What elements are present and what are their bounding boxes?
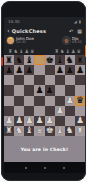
player-white: John Doe 10:32 [7, 37, 34, 45]
piece-white-knight: ♞ [66, 126, 74, 135]
piece-black-rook: ♜ [76, 56, 84, 65]
clock-text: 10:30 [8, 19, 20, 24]
piece-black-bishop: ♝ [25, 56, 33, 65]
square-e3[interactable] [45, 106, 55, 116]
volume-button [1, 57, 3, 66]
piece-black-king: ♚ [46, 56, 54, 65]
player-black-clock: 05:01 [72, 41, 82, 45]
square-e1[interactable]: ♚ [45, 126, 55, 136]
undo-icon[interactable]: ↶ [69, 28, 73, 34]
square-c7[interactable]: ♟ [24, 65, 34, 75]
piece-black-queen: ♛ [76, 96, 84, 105]
square-c2[interactable]: ♟ [24, 116, 34, 126]
piece-black-pawn: ♟ [46, 86, 54, 95]
piece-white-pawn: ♟ [66, 96, 74, 105]
square-g3[interactable] [65, 106, 75, 116]
square-a4[interactable] [4, 96, 14, 106]
square-b6[interactable] [14, 75, 24, 85]
piece-white-pawn: ♟ [25, 116, 33, 125]
piece-white-pawn: ♟ [15, 116, 23, 125]
square-c4[interactable] [24, 96, 34, 106]
square-c6[interactable] [24, 75, 34, 85]
square-c3[interactable] [24, 106, 34, 116]
piece-black-pawn: ♟ [66, 66, 74, 75]
player-black: Djo 05:01 [63, 37, 82, 45]
square-g2[interactable] [65, 116, 75, 126]
chess-board: ♜♞♝♚♝♞♜♟♟♟♟♟♟♟♟♟♛♟♟♟♟♟♟♟♜♞♝♛♚♝♞♜ [4, 55, 85, 136]
square-b4[interactable] [14, 96, 24, 106]
captured-piece-icon: ♞ [13, 48, 17, 54]
captured-piece-icon: ♟ [71, 48, 75, 54]
square-d6[interactable] [34, 75, 44, 85]
piece-white-bishop: ♝ [25, 126, 33, 135]
square-f8[interactable]: ♝ [55, 55, 65, 65]
square-g1[interactable]: ♞ [65, 126, 75, 136]
captured-piece-icon: ♞ [60, 48, 64, 54]
captured-tray-left: ♜ ♞ ♝ ♟ ♛ [8, 48, 34, 54]
square-d3[interactable] [34, 106, 44, 116]
captured-tray-right: ♜ ♞ ♝ ♟ ♛ [55, 48, 81, 54]
square-h4[interactable]: ♛ [75, 96, 85, 106]
status-panel: You are in Check! [4, 136, 85, 162]
square-d7[interactable] [34, 65, 44, 75]
square-a3[interactable] [4, 106, 14, 116]
square-f4[interactable] [55, 96, 65, 106]
avatar-white [7, 37, 14, 44]
square-h5[interactable] [75, 85, 85, 95]
square-e5[interactable]: ♟ [45, 85, 55, 95]
square-a8[interactable]: ♜ [4, 55, 14, 65]
captured-piece-icon: ♟ [24, 48, 28, 54]
app-bar: ‹ QuickChess ↶ ▦ [4, 26, 85, 36]
page-title: QuickChess [12, 28, 46, 34]
piece-black-rook: ♜ [5, 56, 13, 65]
square-e4[interactable] [45, 96, 55, 106]
square-b1[interactable]: ♞ [14, 126, 24, 136]
nav-back-icon[interactable] [25, 167, 27, 169]
app-screen: 10:30 ◢ ▮ ‹ QuickChess ↶ ▦ John Doe [4, 17, 85, 173]
square-d1[interactable]: ♛ [34, 126, 44, 136]
captured-piece-icon: ♛ [30, 48, 34, 54]
piece-black-pawn: ♟ [56, 66, 64, 75]
piece-white-pawn: ♟ [76, 116, 84, 125]
square-c1[interactable]: ♝ [24, 126, 34, 136]
players-row: John Doe 10:32 Djo 05:01 [4, 36, 85, 46]
piece-black-pawn: ♟ [76, 66, 84, 75]
square-a5[interactable] [4, 85, 14, 95]
square-h8[interactable]: ♜ [75, 55, 85, 65]
signal-icon: ◢ [74, 20, 77, 24]
square-f6[interactable] [55, 75, 65, 85]
piece-black-pawn: ♟ [25, 66, 33, 75]
square-h1[interactable]: ♜ [75, 126, 85, 136]
nav-recents-icon[interactable] [63, 167, 65, 169]
square-a2[interactable]: ♟ [4, 116, 14, 126]
nav-home-icon[interactable] [44, 167, 46, 169]
square-b2[interactable]: ♟ [14, 116, 24, 126]
captured-piece-icon: ♝ [66, 48, 70, 54]
square-c8[interactable]: ♝ [24, 55, 34, 65]
piece-black-bishop: ♝ [56, 56, 64, 65]
android-nav-bar [4, 162, 85, 173]
square-e6[interactable] [45, 75, 55, 85]
square-g4[interactable]: ♟ [65, 96, 75, 106]
square-b3[interactable] [14, 106, 24, 116]
square-h7[interactable]: ♟ [75, 65, 85, 75]
captured-piece-icon: ♜ [55, 48, 59, 54]
piece-black-knight: ♞ [66, 56, 74, 65]
square-h6[interactable] [75, 75, 85, 85]
piece-white-queen: ♛ [35, 126, 43, 135]
captured-piece-icon: ♜ [8, 48, 12, 54]
avatar-black [63, 37, 70, 44]
square-b7[interactable]: ♟ [14, 65, 24, 75]
square-d4[interactable] [34, 96, 44, 106]
piece-black-pawn: ♟ [15, 66, 23, 75]
piece-white-bishop: ♝ [56, 126, 64, 135]
piece-black-pawn: ♟ [5, 66, 13, 75]
piece-white-pawn: ♟ [5, 116, 13, 125]
piece-black-pawn: ♟ [35, 86, 43, 95]
captured-piece-icon: ♛ [77, 48, 81, 54]
battery-icon: ▮ [79, 20, 81, 24]
captured-piece-icon: ♝ [19, 48, 23, 54]
captured-trays: ♜ ♞ ♝ ♟ ♛ ♜ ♞ ♝ ♟ ♛ [4, 46, 85, 55]
square-f3[interactable]: ♟ [55, 106, 65, 116]
square-d8[interactable] [34, 55, 44, 65]
square-g6[interactable] [65, 75, 75, 85]
piece-white-pawn: ♟ [46, 116, 54, 125]
piece-white-rook: ♜ [76, 126, 84, 135]
status-bar: 10:30 ◢ ▮ [4, 17, 85, 26]
square-g5[interactable] [65, 85, 75, 95]
square-f7[interactable]: ♟ [55, 65, 65, 75]
square-a1[interactable]: ♜ [4, 126, 14, 136]
square-b5[interactable] [14, 85, 24, 95]
square-e7[interactable] [45, 65, 55, 75]
piece-black-knight: ♞ [15, 56, 23, 65]
square-e8[interactable]: ♚ [45, 55, 55, 65]
square-h2[interactable]: ♟ [75, 116, 85, 126]
phone-frame: 10:30 ◢ ▮ ‹ QuickChess ↶ ▦ John Doe [1, 1, 86, 181]
piece-white-rook: ♜ [5, 126, 13, 135]
square-f1[interactable]: ♝ [55, 126, 65, 136]
piece-white-pawn: ♟ [35, 116, 43, 125]
square-f5[interactable] [55, 85, 65, 95]
screenshot: 10:30 ◢ ▮ ‹ QuickChess ↶ ▦ John Doe [0, 0, 87, 182]
square-g7[interactable]: ♟ [65, 65, 75, 75]
check-banner: You are in Check! [21, 147, 69, 152]
menu-icon[interactable]: ▦ [77, 28, 82, 34]
square-b8[interactable]: ♞ [14, 55, 24, 65]
square-d2[interactable]: ♟ [34, 116, 44, 126]
square-a6[interactable] [4, 75, 14, 85]
square-f2[interactable] [55, 116, 65, 126]
player-white-clock: 10:32 [16, 41, 34, 45]
square-d5[interactable]: ♟ [34, 85, 44, 95]
piece-white-pawn: ♟ [56, 106, 64, 115]
back-button[interactable]: ‹ [7, 28, 10, 35]
piece-white-king: ♚ [46, 126, 54, 135]
square-h3[interactable] [75, 106, 85, 116]
square-c5[interactable] [24, 85, 34, 95]
square-g8[interactable]: ♞ [65, 55, 75, 65]
square-a7[interactable]: ♟ [4, 65, 14, 75]
square-e2[interactable]: ♟ [45, 116, 55, 126]
piece-white-knight: ♞ [15, 126, 23, 135]
